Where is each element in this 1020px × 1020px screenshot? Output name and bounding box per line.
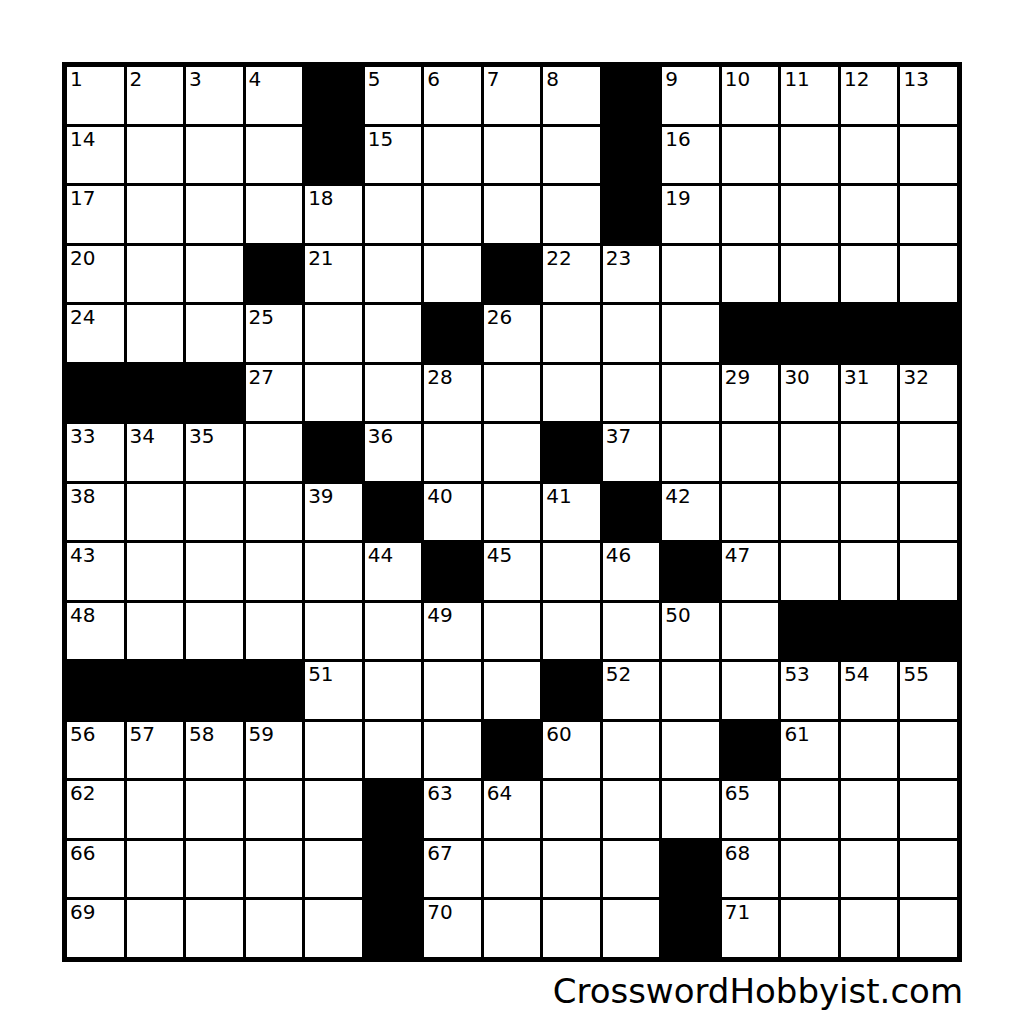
black-cell	[900, 603, 957, 660]
grid-cell[interactable]	[662, 662, 719, 719]
grid-cell[interactable]: 45	[484, 543, 541, 600]
clue-number: 62	[70, 781, 95, 805]
clue-number: 35	[189, 424, 214, 448]
site-watermark: CrosswordHobbyist.com	[58, 970, 963, 1012]
grid-cell[interactable]	[424, 186, 481, 243]
grid-cell[interactable]: 32	[900, 365, 957, 422]
grid-cell[interactable]	[900, 841, 957, 898]
black-cell	[662, 543, 719, 600]
clue-number: 13	[903, 67, 928, 91]
grid-cell[interactable]	[484, 424, 541, 481]
grid-cell[interactable]: 37	[603, 424, 660, 481]
grid-cell[interactable]	[246, 781, 303, 838]
clue-number: 25	[249, 305, 274, 329]
grid-cell[interactable]	[246, 186, 303, 243]
black-cell	[722, 305, 779, 362]
clue-number: 18	[308, 186, 333, 210]
grid-cell[interactable]: 65	[722, 781, 779, 838]
clue-number: 21	[308, 246, 333, 270]
grid-cell[interactable]	[900, 424, 957, 481]
grid-cell[interactable]	[246, 603, 303, 660]
grid-cell[interactable]	[841, 246, 898, 303]
grid-cell[interactable]: 56	[67, 722, 124, 779]
black-cell	[246, 662, 303, 719]
clue-number: 38	[70, 484, 95, 508]
grid-cell[interactable]	[781, 484, 838, 541]
grid-cell[interactable]: 16	[662, 127, 719, 184]
black-cell	[722, 722, 779, 779]
clue-number: 48	[70, 603, 95, 627]
grid-cell[interactable]: 27	[246, 365, 303, 422]
grid-cell[interactable]	[722, 246, 779, 303]
grid-cell[interactable]: 12	[841, 67, 898, 124]
black-cell	[365, 900, 422, 957]
grid-cell[interactable]: 26	[484, 305, 541, 362]
black-cell	[484, 246, 541, 303]
clue-number: 55	[903, 662, 928, 686]
grid-cell[interactable]: 58	[186, 722, 243, 779]
black-cell	[603, 484, 660, 541]
clue-number: 71	[725, 900, 750, 924]
black-cell	[365, 484, 422, 541]
grid-cell[interactable]	[246, 543, 303, 600]
grid-cell[interactable]	[781, 424, 838, 481]
grid-cell[interactable]: 15	[365, 127, 422, 184]
clue-number: 49	[427, 603, 452, 627]
grid-cell[interactable]: 60	[543, 722, 600, 779]
black-cell	[424, 543, 481, 600]
grid-cell[interactable]: 70	[424, 900, 481, 957]
grid-cell[interactable]	[365, 603, 422, 660]
grid-cell[interactable]	[127, 841, 184, 898]
grid-cell[interactable]: 69	[67, 900, 124, 957]
grid-cell[interactable]: 54	[841, 662, 898, 719]
clue-number: 36	[368, 424, 393, 448]
grid-cell[interactable]	[246, 900, 303, 957]
grid-cell[interactable]: 61	[781, 722, 838, 779]
clue-number: 45	[487, 543, 512, 567]
clue-number: 64	[487, 781, 512, 805]
grid-cell[interactable]	[424, 424, 481, 481]
grid-cell[interactable]: 10	[722, 67, 779, 124]
grid-cell[interactable]	[662, 722, 719, 779]
grid-cell[interactable]	[543, 781, 600, 838]
grid-cell[interactable]	[543, 365, 600, 422]
grid-cell[interactable]	[305, 543, 362, 600]
black-cell	[246, 246, 303, 303]
clue-number: 6	[427, 67, 440, 91]
clue-number: 65	[725, 781, 750, 805]
grid-cell[interactable]	[662, 365, 719, 422]
grid-cell[interactable]: 28	[424, 365, 481, 422]
black-cell	[305, 127, 362, 184]
clue-number: 14	[70, 127, 95, 151]
clue-number: 54	[844, 662, 869, 686]
grid-cell[interactable]	[127, 186, 184, 243]
grid-cell[interactable]	[543, 127, 600, 184]
grid-cell[interactable]: 68	[722, 841, 779, 898]
black-cell	[781, 305, 838, 362]
grid-cell[interactable]	[305, 603, 362, 660]
grid-cell[interactable]	[186, 543, 243, 600]
grid-cell[interactable]	[127, 484, 184, 541]
grid-cell[interactable]: 46	[603, 543, 660, 600]
clue-number: 68	[725, 841, 750, 865]
grid-cell[interactable]	[603, 603, 660, 660]
grid-cell[interactable]	[365, 305, 422, 362]
grid-cell[interactable]: 49	[424, 603, 481, 660]
clue-number: 53	[784, 662, 809, 686]
clue-number: 33	[70, 424, 95, 448]
grid-cell[interactable]	[127, 127, 184, 184]
black-cell	[662, 900, 719, 957]
grid-cell[interactable]: 41	[543, 484, 600, 541]
grid-cell[interactable]	[781, 781, 838, 838]
grid-cell[interactable]	[722, 127, 779, 184]
grid-cell[interactable]	[900, 722, 957, 779]
black-cell	[67, 365, 124, 422]
grid-cell[interactable]: 3	[186, 67, 243, 124]
black-cell	[424, 305, 481, 362]
grid-cell[interactable]	[424, 246, 481, 303]
grid-cell[interactable]: 71	[722, 900, 779, 957]
grid-cell[interactable]	[900, 781, 957, 838]
grid-cell[interactable]	[365, 365, 422, 422]
grid-cell[interactable]	[900, 127, 957, 184]
clue-number: 51	[308, 662, 333, 686]
clue-number: 43	[70, 543, 95, 567]
grid-cell[interactable]: 48	[67, 603, 124, 660]
grid-cell[interactable]	[186, 841, 243, 898]
grid-cell[interactable]	[186, 246, 243, 303]
grid-cell[interactable]	[900, 186, 957, 243]
clue-number: 42	[665, 484, 690, 508]
clue-number: 32	[903, 365, 928, 389]
grid-cell[interactable]	[186, 127, 243, 184]
grid-cell[interactable]	[246, 127, 303, 184]
clue-number: 41	[546, 484, 571, 508]
grid-cell[interactable]	[841, 722, 898, 779]
grid-cell[interactable]: 11	[781, 67, 838, 124]
black-cell	[365, 841, 422, 898]
black-cell	[603, 67, 660, 124]
clue-number: 40	[427, 484, 452, 508]
grid-cell[interactable]	[662, 246, 719, 303]
grid-cell[interactable]: 24	[67, 305, 124, 362]
grid-cell[interactable]: 5	[365, 67, 422, 124]
grid-cell[interactable]: 1	[67, 67, 124, 124]
grid-cell[interactable]	[484, 127, 541, 184]
grid-cell[interactable]: 30	[781, 365, 838, 422]
black-cell	[841, 305, 898, 362]
grid-cell[interactable]	[186, 781, 243, 838]
grid-cell[interactable]	[186, 484, 243, 541]
black-cell	[662, 841, 719, 898]
clue-number: 70	[427, 900, 452, 924]
clue-number: 19	[665, 186, 690, 210]
clue-number: 59	[249, 722, 274, 746]
grid-cell[interactable]	[365, 662, 422, 719]
grid-cell[interactable]	[127, 305, 184, 362]
grid-cell[interactable]	[781, 841, 838, 898]
grid-cell[interactable]	[722, 662, 779, 719]
black-cell	[484, 722, 541, 779]
grid-cell[interactable]	[484, 186, 541, 243]
grid-cell[interactable]: 8	[543, 67, 600, 124]
grid-cell[interactable]	[424, 127, 481, 184]
black-cell	[127, 662, 184, 719]
grid-cell[interactable]	[305, 722, 362, 779]
black-cell	[305, 424, 362, 481]
grid-cell[interactable]	[246, 841, 303, 898]
black-cell	[841, 603, 898, 660]
grid-cell[interactable]	[484, 365, 541, 422]
grid-cell[interactable]: 35	[186, 424, 243, 481]
clue-number: 39	[308, 484, 333, 508]
clue-number: 61	[784, 722, 809, 746]
clue-number: 57	[130, 722, 155, 746]
grid-cell[interactable]	[543, 305, 600, 362]
black-cell	[781, 603, 838, 660]
grid-cell[interactable]	[781, 246, 838, 303]
grid-cell[interactable]	[722, 484, 779, 541]
grid-cell[interactable]	[900, 543, 957, 600]
clue-number: 15	[368, 127, 393, 151]
grid-cell[interactable]: 19	[662, 186, 719, 243]
clue-number: 66	[70, 841, 95, 865]
crossword-grid: 1234567891011121314151617181920212223242…	[62, 62, 962, 962]
grid-cell[interactable]	[603, 900, 660, 957]
clue-number: 5	[368, 67, 381, 91]
grid-cell[interactable]	[484, 841, 541, 898]
grid-cell[interactable]: 6	[424, 67, 481, 124]
grid-cell[interactable]	[305, 305, 362, 362]
grid-cell[interactable]: 52	[603, 662, 660, 719]
grid-cell[interactable]: 64	[484, 781, 541, 838]
black-cell	[67, 662, 124, 719]
grid-cell[interactable]	[246, 424, 303, 481]
clue-number: 7	[487, 67, 500, 91]
clue-number: 47	[725, 543, 750, 567]
grid-cell[interactable]: 43	[67, 543, 124, 600]
grid-cell[interactable]	[722, 186, 779, 243]
grid-cell[interactable]	[127, 900, 184, 957]
clue-number: 8	[546, 67, 559, 91]
grid-cell[interactable]: 31	[841, 365, 898, 422]
grid-cell[interactable]	[662, 781, 719, 838]
grid-cell[interactable]	[543, 900, 600, 957]
clue-number: 12	[844, 67, 869, 91]
grid-cell[interactable]	[841, 484, 898, 541]
grid-cell[interactable]: 55	[900, 662, 957, 719]
grid-cell[interactable]: 14	[67, 127, 124, 184]
grid-cell[interactable]	[781, 543, 838, 600]
grid-cell[interactable]: 39	[305, 484, 362, 541]
clue-number: 3	[189, 67, 202, 91]
black-cell	[603, 186, 660, 243]
grid-cell[interactable]	[543, 841, 600, 898]
grid-cell[interactable]	[662, 305, 719, 362]
black-cell	[186, 365, 243, 422]
grid-cell[interactable]	[543, 186, 600, 243]
clue-number: 20	[70, 246, 95, 270]
clue-number: 16	[665, 127, 690, 151]
grid-cell[interactable]: 18	[305, 186, 362, 243]
grid-cell[interactable]	[841, 781, 898, 838]
clue-number: 30	[784, 365, 809, 389]
grid-cell[interactable]	[722, 424, 779, 481]
black-cell	[543, 662, 600, 719]
grid-cell[interactable]	[127, 603, 184, 660]
grid-cell[interactable]	[841, 900, 898, 957]
grid-cell[interactable]	[781, 900, 838, 957]
clue-number: 9	[665, 67, 678, 91]
grid-cell[interactable]	[305, 781, 362, 838]
grid-cell[interactable]	[484, 484, 541, 541]
grid-cell[interactable]: 17	[67, 186, 124, 243]
grid-cell[interactable]	[365, 722, 422, 779]
clue-number: 11	[784, 67, 809, 91]
grid-cell[interactable]: 53	[781, 662, 838, 719]
grid-cell[interactable]	[186, 186, 243, 243]
clue-number: 58	[189, 722, 214, 746]
grid-cell[interactable]: 62	[67, 781, 124, 838]
clue-number: 67	[427, 841, 452, 865]
grid-cell[interactable]: 40	[424, 484, 481, 541]
grid-cell[interactable]: 13	[900, 67, 957, 124]
grid-cell[interactable]: 50	[662, 603, 719, 660]
grid-cell[interactable]	[841, 543, 898, 600]
grid-cell[interactable]	[543, 603, 600, 660]
grid-cell[interactable]	[127, 781, 184, 838]
clue-number: 46	[606, 543, 631, 567]
grid-cell[interactable]	[900, 484, 957, 541]
clue-number: 23	[606, 246, 631, 270]
black-cell	[603, 127, 660, 184]
clue-number: 27	[249, 365, 274, 389]
grid-cell[interactable]	[305, 841, 362, 898]
grid-cell[interactable]: 20	[67, 246, 124, 303]
grid-cell[interactable]: 29	[722, 365, 779, 422]
grid-cell[interactable]: 59	[246, 722, 303, 779]
clue-number: 52	[606, 662, 631, 686]
grid-cell[interactable]: 9	[662, 67, 719, 124]
grid-cell[interactable]: 67	[424, 841, 481, 898]
grid-cell[interactable]: 42	[662, 484, 719, 541]
clue-number: 63	[427, 781, 452, 805]
grid-cell[interactable]: 7	[484, 67, 541, 124]
grid-cell[interactable]: 33	[67, 424, 124, 481]
clue-number: 34	[130, 424, 155, 448]
grid-cell[interactable]	[305, 365, 362, 422]
grid-cell[interactable]	[186, 900, 243, 957]
clue-number: 24	[70, 305, 95, 329]
clue-number: 17	[70, 186, 95, 210]
grid-cell[interactable]: 51	[305, 662, 362, 719]
grid-cell[interactable]	[603, 305, 660, 362]
grid-cell[interactable]	[365, 186, 422, 243]
clue-number: 37	[606, 424, 631, 448]
grid-cell[interactable]	[424, 662, 481, 719]
clue-number: 60	[546, 722, 571, 746]
grid-cell[interactable]: 36	[365, 424, 422, 481]
clue-number: 4	[249, 67, 262, 91]
grid-cell[interactable]	[305, 900, 362, 957]
black-cell	[127, 365, 184, 422]
black-cell	[543, 424, 600, 481]
grid-cell[interactable]	[900, 246, 957, 303]
clue-number: 26	[487, 305, 512, 329]
grid-cell[interactable]	[127, 246, 184, 303]
grid-cell[interactable]	[603, 365, 660, 422]
clue-number: 29	[725, 365, 750, 389]
grid-cell[interactable]	[424, 722, 481, 779]
grid-cell[interactable]: 57	[127, 722, 184, 779]
grid-cell[interactable]	[543, 543, 600, 600]
grid-cell[interactable]: 4	[246, 67, 303, 124]
grid-cell[interactable]: 23	[603, 246, 660, 303]
clue-number: 28	[427, 365, 452, 389]
clue-number: 56	[70, 722, 95, 746]
grid-cell[interactable]: 44	[365, 543, 422, 600]
grid-cell[interactable]: 63	[424, 781, 481, 838]
grid-cell[interactable]	[603, 781, 660, 838]
grid-cell[interactable]	[841, 186, 898, 243]
grid-cell[interactable]	[127, 543, 184, 600]
grid-cell[interactable]: 22	[543, 246, 600, 303]
grid-cell[interactable]	[603, 722, 660, 779]
grid-cell[interactable]: 2	[127, 67, 184, 124]
grid-cell[interactable]	[722, 603, 779, 660]
grid-cell[interactable]	[186, 305, 243, 362]
clue-number: 2	[130, 67, 143, 91]
clue-number: 44	[368, 543, 393, 567]
grid-cell[interactable]	[246, 484, 303, 541]
black-cell	[305, 67, 362, 124]
black-cell	[900, 305, 957, 362]
black-cell	[186, 662, 243, 719]
grid-cell[interactable]: 66	[67, 841, 124, 898]
grid-cell[interactable]	[484, 603, 541, 660]
clue-number: 31	[844, 365, 869, 389]
grid-cell[interactable]: 38	[67, 484, 124, 541]
grid-cell[interactable]	[781, 186, 838, 243]
clue-number: 50	[665, 603, 690, 627]
black-cell	[365, 781, 422, 838]
clue-number: 1	[70, 67, 83, 91]
grid-cell[interactable]: 21	[305, 246, 362, 303]
grid-cell[interactable]	[603, 841, 660, 898]
grid-cell[interactable]: 47	[722, 543, 779, 600]
grid-cell[interactable]: 25	[246, 305, 303, 362]
grid-cell[interactable]	[841, 127, 898, 184]
clue-number: 10	[725, 67, 750, 91]
grid-cell[interactable]: 34	[127, 424, 184, 481]
grid-cell[interactable]	[900, 900, 957, 957]
grid-cell[interactable]	[484, 900, 541, 957]
grid-cell[interactable]	[484, 662, 541, 719]
grid-cell[interactable]	[365, 246, 422, 303]
crossword-page: 1234567891011121314151617181920212223242…	[0, 0, 1020, 1020]
clue-number: 22	[546, 246, 571, 270]
grid-cell[interactable]	[186, 603, 243, 660]
grid-cell[interactable]	[841, 841, 898, 898]
grid-cell[interactable]	[662, 424, 719, 481]
grid-cell[interactable]	[781, 127, 838, 184]
clue-number: 69	[70, 900, 95, 924]
grid-cell[interactable]	[841, 424, 898, 481]
